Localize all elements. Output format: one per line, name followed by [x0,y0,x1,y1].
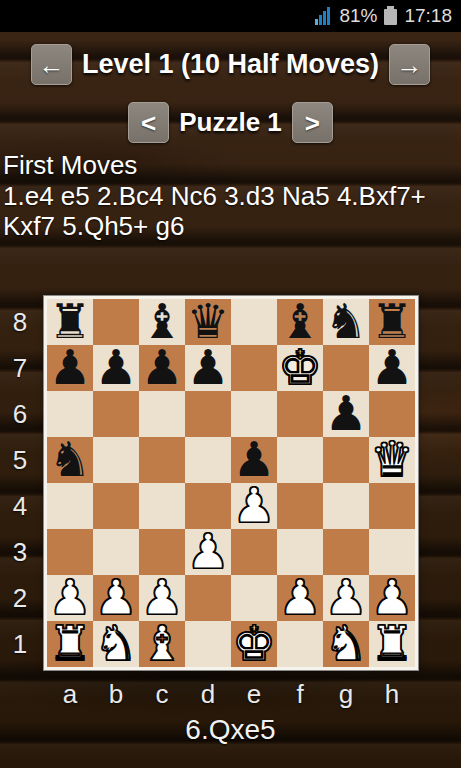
black-pawn-piece[interactable]: ♟ [370,344,413,390]
black-bishop-piece[interactable]: ♝ [278,298,321,344]
black-pawn-piece[interactable]: ♟ [48,344,91,390]
level-navigation: ← Level 1 (10 Half Moves) → [0,43,461,86]
square-c6[interactable] [139,391,185,437]
rank-label-6: 6 [0,391,40,437]
chess-board-frame: ♜♝♛♝♞♜♟♟♟♟♚♟♟♞♟♛♟♟♟♟♟♟♟♟♜♞♝♚♞♜ [44,296,418,670]
square-f2[interactable]: ♟ [277,575,323,621]
square-e3[interactable] [231,529,277,575]
rank-label-2: 2 [0,575,40,621]
white-rook-piece[interactable]: ♜ [48,620,91,666]
battery-icon [384,9,397,25]
black-knight-piece[interactable]: ♞ [324,298,367,344]
square-b4[interactable] [93,483,139,529]
white-pawn-piece[interactable]: ♟ [48,574,91,620]
black-queen-piece[interactable]: ♛ [186,298,229,344]
chevron-left-icon: < [141,110,156,136]
black-pawn-piece[interactable]: ♟ [94,344,137,390]
black-pawn-piece[interactable]: ♟ [140,344,183,390]
square-c7[interactable]: ♟ [139,345,185,391]
current-move-label: 6.Qxe5 [0,714,461,746]
rank-label-8: 8 [0,299,40,345]
file-label-c: c [139,679,185,710]
file-labels: abcdefgh [47,679,415,709]
square-e1[interactable]: ♚ [231,621,277,667]
square-a1[interactable]: ♜ [47,621,93,667]
status-bar: 81% 17:18 [0,0,461,32]
square-a4[interactable] [47,483,93,529]
rank-labels: 87654321 [0,299,40,667]
right-arrow-icon: → [397,52,423,78]
square-f5[interactable] [277,437,323,483]
square-b5[interactable] [93,437,139,483]
square-c4[interactable] [139,483,185,529]
square-h4[interactable] [369,483,415,529]
square-d3[interactable]: ♟ [185,529,231,575]
white-pawn-piece[interactable]: ♟ [324,574,367,620]
file-label-e: e [231,679,277,710]
level-title: Level 1 (10 Half Moves) [82,49,379,80]
file-label-f: f [277,679,323,710]
rank-label-4: 4 [0,483,40,529]
rank-label-3: 3 [0,529,40,575]
puzzle-next-button[interactable]: > [292,102,333,143]
white-knight-piece[interactable]: ♞ [94,620,137,666]
chess-board[interactable]: ♜♝♛♝♞♜♟♟♟♟♚♟♟♞♟♛♟♟♟♟♟♟♟♟♜♞♝♚♞♜ [47,299,415,667]
black-king-piece[interactable]: ♚ [278,344,321,390]
square-c1[interactable]: ♝ [139,621,185,667]
square-b1[interactable]: ♞ [93,621,139,667]
square-g6[interactable]: ♟ [323,391,369,437]
file-label-a: a [47,679,93,710]
white-king-piece[interactable]: ♚ [232,620,275,666]
square-d6[interactable] [185,391,231,437]
black-bishop-piece[interactable]: ♝ [140,298,183,344]
square-g1[interactable]: ♞ [323,621,369,667]
level-prev-button[interactable]: ← [31,44,72,85]
left-arrow-icon: ← [38,52,64,78]
square-d5[interactable] [185,437,231,483]
signal-strength-icon [315,7,330,25]
puzzle-title: Puzzle 1 [179,107,282,138]
square-f1[interactable] [277,621,323,667]
square-g8[interactable]: ♞ [323,299,369,345]
white-queen-piece[interactable]: ♛ [370,436,413,482]
black-knight-piece[interactable]: ♞ [48,436,91,482]
white-rook-piece[interactable]: ♜ [370,620,413,666]
square-h1[interactable]: ♜ [369,621,415,667]
rank-label-7: 7 [0,345,40,391]
white-pawn-piece[interactable]: ♟ [186,528,229,574]
white-bishop-piece[interactable]: ♝ [140,620,183,666]
file-label-b: b [93,679,139,710]
first-moves-panel: First Moves 1.e4 e5 2.Bc4 Nc6 3.d3 Na5 4… [3,151,460,241]
rank-label-1: 1 [0,621,40,667]
black-pawn-piece[interactable]: ♟ [324,390,367,436]
white-pawn-piece[interactable]: ♟ [94,574,137,620]
square-g4[interactable] [323,483,369,529]
black-pawn-piece[interactable]: ♟ [186,344,229,390]
white-pawn-piece[interactable]: ♟ [370,574,413,620]
black-rook-piece[interactable]: ♜ [48,298,91,344]
rank-label-5: 5 [0,437,40,483]
square-f4[interactable] [277,483,323,529]
square-a7[interactable]: ♟ [47,345,93,391]
puzzle-navigation: < Puzzle 1 > [0,101,461,144]
app-screen: 81% 17:18 ← Level 1 (10 Half Moves) → < … [0,0,461,768]
black-pawn-piece[interactable]: ♟ [232,436,275,482]
white-pawn-piece[interactable]: ♟ [278,574,321,620]
puzzle-prev-button[interactable]: < [128,102,169,143]
square-h5[interactable]: ♛ [369,437,415,483]
square-b6[interactable] [93,391,139,437]
white-pawn-piece[interactable]: ♟ [232,482,275,528]
white-knight-piece[interactable]: ♞ [324,620,367,666]
battery-percent-label: 81% [339,5,377,27]
square-d7[interactable]: ♟ [185,345,231,391]
square-e8[interactable] [231,299,277,345]
square-e7[interactable] [231,345,277,391]
black-rook-piece[interactable]: ♜ [370,298,413,344]
square-f7[interactable]: ♚ [277,345,323,391]
clock-label: 17:18 [404,5,452,27]
square-a5[interactable]: ♞ [47,437,93,483]
first-moves-heading: First Moves [3,151,460,180]
first-moves-list: 1.e4 e5 2.Bc4 Nc6 3.d3 Na5 4.Bxf7+ Kxf7 … [3,182,460,241]
white-pawn-piece[interactable]: ♟ [140,574,183,620]
file-label-d: d [185,679,231,710]
level-next-button[interactable]: → [389,44,430,85]
square-d1[interactable] [185,621,231,667]
file-label-g: g [323,679,369,710]
square-h7[interactable]: ♟ [369,345,415,391]
square-g5[interactable] [323,437,369,483]
square-c5[interactable] [139,437,185,483]
chevron-right-icon: > [305,110,320,136]
square-b7[interactable]: ♟ [93,345,139,391]
square-f6[interactable] [277,391,323,437]
file-label-h: h [369,679,415,710]
square-d2[interactable] [185,575,231,621]
square-e4[interactable]: ♟ [231,483,277,529]
